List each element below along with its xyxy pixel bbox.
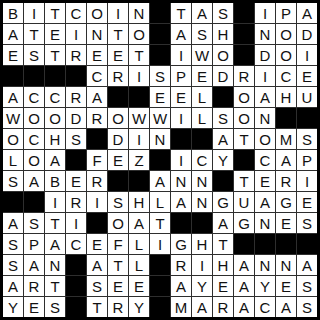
letter-cell-r5c10[interactable]: L bbox=[192, 87, 212, 107]
letter-cell-r15c12[interactable]: A bbox=[234, 297, 254, 317]
letter-cell-r2c13[interactable]: N bbox=[255, 24, 275, 44]
black-cell-r8c12 bbox=[234, 150, 254, 170]
letter-cell-r13c13[interactable]: N bbox=[255, 255, 275, 275]
letter-cell-r1c9[interactable]: T bbox=[171, 3, 191, 23]
letter-cell-r7c7[interactable]: I bbox=[129, 129, 149, 149]
letter-cell-r7c8[interactable]: N bbox=[150, 129, 170, 149]
letter-cell-r9c10[interactable]: N bbox=[192, 171, 212, 191]
letter-cell-r13c14[interactable]: N bbox=[276, 255, 296, 275]
letter-cell-r5c1[interactable]: A bbox=[3, 87, 23, 107]
letter-cell-r13c1[interactable]: S bbox=[3, 255, 23, 275]
letter-cell-r1c5[interactable]: O bbox=[87, 3, 107, 23]
letter-cell-r10c4[interactable]: R bbox=[66, 192, 86, 212]
letter-cell-r15c14[interactable]: A bbox=[276, 297, 296, 317]
letter-cell-r3c2[interactable]: S bbox=[24, 45, 44, 65]
letter-cell-r15c6[interactable]: R bbox=[108, 297, 128, 317]
letter-cell-r6c12[interactable]: O bbox=[234, 108, 254, 128]
letter-cell-r2c11[interactable]: H bbox=[213, 24, 233, 44]
letter-cell-r4c11[interactable]: D bbox=[213, 66, 233, 86]
letter-cell-r2c6[interactable]: T bbox=[108, 24, 128, 44]
letter-cell-r3c9[interactable]: I bbox=[171, 45, 191, 65]
letter-cell-r3c14[interactable]: O bbox=[276, 45, 296, 65]
letter-cell-r15c10[interactable]: A bbox=[192, 297, 212, 317]
letter-cell-r5c3[interactable]: C bbox=[45, 87, 65, 107]
letter-cell-r9c12[interactable]: T bbox=[234, 171, 254, 191]
letter-cell-r8c7[interactable]: Z bbox=[129, 150, 149, 170]
black-cell-r11c9 bbox=[171, 213, 191, 233]
letter-cell-r12c9[interactable]: G bbox=[171, 234, 191, 254]
letter-cell-r1c2[interactable]: I bbox=[24, 3, 44, 23]
letter-cell-r11c8[interactable]: T bbox=[150, 213, 170, 233]
letter-cell-r10c8[interactable]: L bbox=[150, 192, 170, 212]
letter-cell-r12c1[interactable]: S bbox=[3, 234, 23, 254]
letter-cell-r7c14[interactable]: M bbox=[276, 129, 296, 149]
letter-cell-r11c7[interactable]: A bbox=[129, 213, 149, 233]
letter-cell-r12c2[interactable]: P bbox=[24, 234, 44, 254]
letter-cell-r7c3[interactable]: H bbox=[45, 129, 65, 149]
letter-cell-r14c7[interactable]: E bbox=[129, 276, 149, 296]
letter-cell-r9c8[interactable]: A bbox=[150, 171, 170, 191]
letter-cell-r8c1[interactable]: L bbox=[3, 150, 23, 170]
letter-cell-r14c11[interactable]: E bbox=[213, 276, 233, 296]
letter-cell-r10c12[interactable]: U bbox=[234, 192, 254, 212]
letter-cell-r15c5[interactable]: T bbox=[87, 297, 107, 317]
letter-cell-r12c6[interactable]: F bbox=[108, 234, 128, 254]
letter-cell-r8c9[interactable]: I bbox=[171, 150, 191, 170]
letter-cell-r2c15[interactable]: D bbox=[297, 24, 317, 44]
black-cell-r7c9 bbox=[171, 129, 191, 149]
letter-cell-r15c3[interactable]: S bbox=[45, 297, 65, 317]
letter-cell-r9c1[interactable]: S bbox=[3, 171, 23, 191]
black-cell-r11c5 bbox=[87, 213, 107, 233]
black-cell-r12c14 bbox=[276, 234, 296, 254]
letter-cell-r2c2[interactable]: T bbox=[24, 24, 44, 44]
letter-cell-r5c2[interactable]: C bbox=[24, 87, 44, 107]
letter-cell-r12c11[interactable]: T bbox=[213, 234, 233, 254]
letter-cell-r14c10[interactable]: Y bbox=[192, 276, 212, 296]
letter-cell-r7c2[interactable]: C bbox=[24, 129, 44, 149]
letter-cell-r5c13[interactable]: A bbox=[255, 87, 275, 107]
letter-cell-r12c5[interactable]: E bbox=[87, 234, 107, 254]
black-cell-r4c4 bbox=[66, 66, 86, 86]
black-cell-r5c11 bbox=[213, 87, 233, 107]
letter-cell-r14c15[interactable]: S bbox=[297, 276, 317, 296]
letter-cell-r13c10[interactable]: I bbox=[192, 255, 212, 275]
black-cell-r9c11 bbox=[213, 171, 233, 191]
black-cell-r15c8 bbox=[150, 297, 170, 317]
letter-cell-r7c4[interactable]: S bbox=[66, 129, 86, 149]
letter-cell-r5c12[interactable]: O bbox=[234, 87, 254, 107]
black-cell-r12c12 bbox=[234, 234, 254, 254]
letter-cell-r11c13[interactable]: N bbox=[255, 213, 275, 233]
letter-cell-r11c1[interactable]: A bbox=[3, 213, 23, 233]
letter-cell-r11c6[interactable]: O bbox=[108, 213, 128, 233]
letter-cell-r1c6[interactable]: I bbox=[108, 3, 128, 23]
black-cell-r6c14 bbox=[276, 108, 296, 128]
black-cell-r6c15 bbox=[297, 108, 317, 128]
letter-cell-r1c7[interactable]: N bbox=[129, 3, 149, 23]
letter-cell-r6c4[interactable]: D bbox=[66, 108, 86, 128]
letter-cell-r11c2[interactable]: S bbox=[24, 213, 44, 233]
letter-cell-r8c15[interactable]: P bbox=[297, 150, 317, 170]
letter-cell-r10c7[interactable]: H bbox=[129, 192, 149, 212]
letter-cell-r9c15[interactable]: I bbox=[297, 171, 317, 191]
black-cell-r4c3 bbox=[45, 66, 65, 86]
letter-cell-r10c6[interactable]: S bbox=[108, 192, 128, 212]
black-cell-r4c2 bbox=[24, 66, 44, 86]
letter-cell-r4c8[interactable]: S bbox=[150, 66, 170, 86]
letter-cell-r8c14[interactable]: A bbox=[276, 150, 296, 170]
letter-cell-r11c12[interactable]: G bbox=[234, 213, 254, 233]
letter-cell-r12c4[interactable]: C bbox=[66, 234, 86, 254]
letter-cell-r14c13[interactable]: Y bbox=[255, 276, 275, 296]
letter-cell-r14c2[interactable]: R bbox=[24, 276, 44, 296]
letter-cell-r6c8[interactable]: W bbox=[150, 108, 170, 128]
letter-cell-r4c15[interactable]: E bbox=[297, 66, 317, 86]
letter-cell-r2c4[interactable]: I bbox=[66, 24, 86, 44]
letter-cell-r5c4[interactable]: R bbox=[66, 87, 86, 107]
letter-cell-r13c11[interactable]: H bbox=[213, 255, 233, 275]
letter-cell-r5c14[interactable]: H bbox=[276, 87, 296, 107]
letter-cell-r10c5[interactable]: I bbox=[87, 192, 107, 212]
letter-cell-r13c12[interactable]: A bbox=[234, 255, 254, 275]
letter-cell-r3c10[interactable]: W bbox=[192, 45, 212, 65]
letter-cell-r1c11[interactable]: S bbox=[213, 3, 233, 23]
letter-cell-r6c13[interactable]: N bbox=[255, 108, 275, 128]
black-cell-r13c4 bbox=[66, 255, 86, 275]
letter-cell-r2c5[interactable]: N bbox=[87, 24, 107, 44]
black-cell-r11c10 bbox=[192, 213, 212, 233]
letter-cell-r4c13[interactable]: I bbox=[255, 66, 275, 86]
letter-cell-r14c3[interactable]: T bbox=[45, 276, 65, 296]
letter-cell-r15c1[interactable]: Y bbox=[3, 297, 23, 317]
black-cell-r7c5 bbox=[87, 129, 107, 149]
letter-cell-r6c2[interactable]: O bbox=[24, 108, 44, 128]
letter-cell-r9c13[interactable]: E bbox=[255, 171, 275, 191]
letter-cell-r7c15[interactable]: S bbox=[297, 129, 317, 149]
letter-cell-r3c5[interactable]: E bbox=[87, 45, 107, 65]
black-cell-r13c8 bbox=[150, 255, 170, 275]
black-cell-r14c8 bbox=[150, 276, 170, 296]
black-cell-r1c12 bbox=[234, 3, 254, 23]
letter-cell-r10c3[interactable]: I bbox=[45, 192, 65, 212]
letter-cell-r3c7[interactable]: T bbox=[129, 45, 149, 65]
letter-cell-r2c14[interactable]: O bbox=[276, 24, 296, 44]
letter-cell-r6c5[interactable]: R bbox=[87, 108, 107, 128]
black-cell-r14c4 bbox=[66, 276, 86, 296]
letter-cell-r4c7[interactable]: I bbox=[129, 66, 149, 86]
letter-cell-r15c13[interactable]: C bbox=[255, 297, 275, 317]
letter-cell-r7c13[interactable]: O bbox=[255, 129, 275, 149]
letter-cell-r10c14[interactable]: G bbox=[276, 192, 296, 212]
letter-cell-r5c9[interactable]: E bbox=[171, 87, 191, 107]
letter-cell-r9c5[interactable]: R bbox=[87, 171, 107, 191]
black-cell-r10c2 bbox=[24, 192, 44, 212]
letter-cell-r2c7[interactable]: O bbox=[129, 24, 149, 44]
letter-cell-r6c3[interactable]: O bbox=[45, 108, 65, 128]
letter-cell-r12c10[interactable]: H bbox=[192, 234, 212, 254]
letter-cell-r9c2[interactable]: A bbox=[24, 171, 44, 191]
letter-cell-r12c3[interactable]: A bbox=[45, 234, 65, 254]
letter-cell-r14c5[interactable]: S bbox=[87, 276, 107, 296]
black-cell-r2c12 bbox=[234, 24, 254, 44]
letter-cell-r13c5[interactable]: A bbox=[87, 255, 107, 275]
letter-cell-r9c3[interactable]: B bbox=[45, 171, 65, 191]
letter-cell-r5c8[interactable]: E bbox=[150, 87, 170, 107]
letter-cell-r10c15[interactable]: E bbox=[297, 192, 317, 212]
letter-cell-r8c13[interactable]: C bbox=[255, 150, 275, 170]
letter-cell-r1c15[interactable]: A bbox=[297, 3, 317, 23]
letter-cell-r2c1[interactable]: A bbox=[3, 24, 23, 44]
letter-cell-r14c12[interactable]: A bbox=[234, 276, 254, 296]
letter-cell-r3c3[interactable]: T bbox=[45, 45, 65, 65]
letter-cell-r6c9[interactable]: I bbox=[171, 108, 191, 128]
letter-cell-r3c4[interactable]: R bbox=[66, 45, 86, 65]
letter-cell-r6c6[interactable]: O bbox=[108, 108, 128, 128]
letter-cell-r11c15[interactable]: S bbox=[297, 213, 317, 233]
letter-cell-r9c4[interactable]: E bbox=[66, 171, 86, 191]
letter-cell-r11c3[interactable]: T bbox=[45, 213, 65, 233]
letter-cell-r13c15[interactable]: A bbox=[297, 255, 317, 275]
black-cell-r4c1 bbox=[3, 66, 23, 86]
letter-cell-r15c7[interactable]: Y bbox=[129, 297, 149, 317]
letter-cell-r8c11[interactable]: Y bbox=[213, 150, 233, 170]
letter-cell-r1c1[interactable]: B bbox=[3, 3, 23, 23]
black-cell-r7c10 bbox=[192, 129, 212, 149]
letter-cell-r3c15[interactable]: I bbox=[297, 45, 317, 65]
letter-cell-r6c1[interactable]: W bbox=[3, 108, 23, 128]
black-cell-r8c4 bbox=[66, 150, 86, 170]
letter-cell-r2c3[interactable]: E bbox=[45, 24, 65, 44]
letter-cell-r14c1[interactable]: A bbox=[3, 276, 23, 296]
letter-cell-r14c9[interactable]: A bbox=[171, 276, 191, 296]
letter-cell-r3c11[interactable]: O bbox=[213, 45, 233, 65]
letter-cell-r7c6[interactable]: D bbox=[108, 129, 128, 149]
letter-cell-r14c6[interactable]: E bbox=[108, 276, 128, 296]
letter-cell-r8c2[interactable]: O bbox=[24, 150, 44, 170]
letter-cell-r15c11[interactable]: R bbox=[213, 297, 233, 317]
letter-cell-r13c3[interactable]: N bbox=[45, 255, 65, 275]
letter-cell-r6c10[interactable]: L bbox=[192, 108, 212, 128]
letter-cell-r4c14[interactable]: C bbox=[276, 66, 296, 86]
letter-cell-r6c7[interactable]: W bbox=[129, 108, 149, 128]
letter-cell-r10c10[interactable]: N bbox=[192, 192, 212, 212]
black-cell-r3c8 bbox=[150, 45, 170, 65]
black-cell-r12c13 bbox=[255, 234, 275, 254]
black-cell-r15c4 bbox=[66, 297, 86, 317]
letter-cell-r1c3[interactable]: T bbox=[45, 3, 65, 23]
letter-cell-r13c9[interactable]: R bbox=[171, 255, 191, 275]
black-cell-r5c6 bbox=[108, 87, 128, 107]
letter-cell-r7c12[interactable]: T bbox=[234, 129, 254, 149]
letter-cell-r13c2[interactable]: A bbox=[24, 255, 44, 275]
letter-cell-r4c10[interactable]: E bbox=[192, 66, 212, 86]
black-cell-r10c1 bbox=[3, 192, 23, 212]
letter-cell-r3c1[interactable]: E bbox=[3, 45, 23, 65]
letter-cell-r14c14[interactable]: E bbox=[276, 276, 296, 296]
letter-cell-r11c4[interactable]: I bbox=[66, 213, 86, 233]
black-cell-r2c8 bbox=[150, 24, 170, 44]
letter-cell-r9c14[interactable]: R bbox=[276, 171, 296, 191]
letter-cell-r11c11[interactable]: A bbox=[213, 213, 233, 233]
letter-cell-r8c10[interactable]: C bbox=[192, 150, 212, 170]
letter-cell-r8c3[interactable]: A bbox=[45, 150, 65, 170]
letter-cell-r8c6[interactable]: E bbox=[108, 150, 128, 170]
letter-cell-r7c11[interactable]: A bbox=[213, 129, 233, 149]
black-cell-r5c7 bbox=[129, 87, 149, 107]
letter-cell-r1c13[interactable]: I bbox=[255, 3, 275, 23]
letter-cell-r4c5[interactable]: C bbox=[87, 66, 107, 86]
letter-cell-r4c12[interactable]: R bbox=[234, 66, 254, 86]
letter-cell-r5c5[interactable]: A bbox=[87, 87, 107, 107]
letter-cell-r1c10[interactable]: A bbox=[192, 3, 212, 23]
black-cell-r9c6 bbox=[108, 171, 128, 191]
black-cell-r8c8 bbox=[150, 150, 170, 170]
letter-cell-r12c7[interactable]: L bbox=[129, 234, 149, 254]
letter-cell-r1c14[interactable]: P bbox=[276, 3, 296, 23]
letter-cell-r3c13[interactable]: D bbox=[255, 45, 275, 65]
letter-cell-r15c15[interactable]: S bbox=[297, 297, 317, 317]
letter-cell-r1c4[interactable]: C bbox=[66, 3, 86, 23]
letter-cell-r10c9[interactable]: A bbox=[171, 192, 191, 212]
letter-cell-r2c10[interactable]: S bbox=[192, 24, 212, 44]
letter-cell-r4c6[interactable]: R bbox=[108, 66, 128, 86]
black-cell-r12c15 bbox=[297, 234, 317, 254]
letter-cell-r12c8[interactable]: I bbox=[150, 234, 170, 254]
letter-cell-r9c9[interactable]: N bbox=[171, 171, 191, 191]
letter-cell-r6c11[interactable]: S bbox=[213, 108, 233, 128]
letter-cell-r5c15[interactable]: U bbox=[297, 87, 317, 107]
letter-cell-r15c2[interactable]: E bbox=[24, 297, 44, 317]
letter-cell-r2c9[interactable]: A bbox=[171, 24, 191, 44]
letter-cell-r10c11[interactable]: G bbox=[213, 192, 233, 212]
black-cell-r3c12 bbox=[234, 45, 254, 65]
letter-cell-r15c9[interactable]: M bbox=[171, 297, 191, 317]
letter-cell-r13c7[interactable]: L bbox=[129, 255, 149, 275]
crossword-grid: BITCOINTASIPAATEINTOASHNODESTREETIWODOIC… bbox=[0, 0, 320, 320]
black-cell-r1c8 bbox=[150, 3, 170, 23]
letter-cell-r10c13[interactable]: A bbox=[255, 192, 275, 212]
letter-cell-r7c1[interactable]: O bbox=[3, 129, 23, 149]
letter-cell-r3c6[interactable]: E bbox=[108, 45, 128, 65]
letter-cell-r8c5[interactable]: F bbox=[87, 150, 107, 170]
letter-cell-r4c9[interactable]: P bbox=[171, 66, 191, 86]
black-cell-r9c7 bbox=[129, 171, 149, 191]
letter-cell-r11c14[interactable]: E bbox=[276, 213, 296, 233]
letter-cell-r13c6[interactable]: T bbox=[108, 255, 128, 275]
